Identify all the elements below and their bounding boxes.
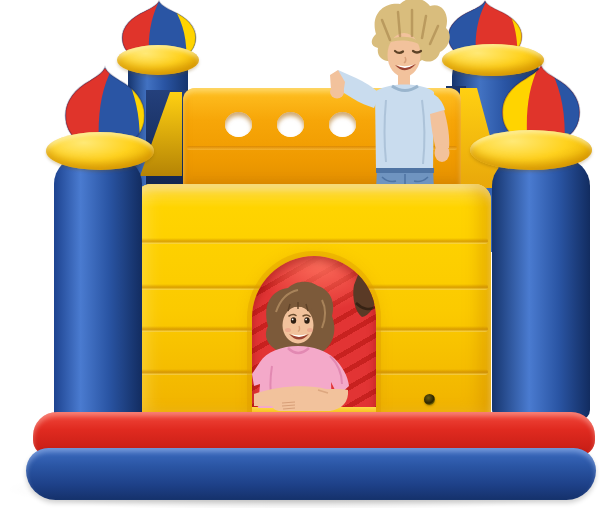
boy-figure: [326, 0, 454, 190]
port-hole: [225, 112, 252, 137]
girl-eye-right: [304, 317, 309, 323]
girl-eye-left: [291, 317, 296, 323]
tower-column-front-left: [54, 156, 142, 422]
girl-eye-glint: [305, 319, 307, 321]
front-wall-seam: [138, 238, 488, 244]
bounce-castle-scene: [0, 0, 600, 513]
girl-blush: [285, 328, 291, 332]
tower-column-front-right: [492, 158, 590, 420]
boy-right-hand: [435, 144, 450, 162]
girl-blush: [307, 328, 313, 332]
tower-ring-front-right: [470, 130, 592, 170]
boy-neck: [398, 74, 410, 85]
tower-ring-front-left: [46, 132, 154, 170]
girl-eye-glint: [292, 319, 294, 321]
base-tube-blue: [26, 448, 596, 500]
arch-doorway: [252, 256, 376, 416]
girl-figure: [252, 256, 376, 416]
boy-left-hand: [330, 86, 344, 99]
boy-jeans-waistband: [376, 168, 434, 173]
port-hole: [277, 112, 304, 137]
air-valve: [424, 394, 435, 405]
